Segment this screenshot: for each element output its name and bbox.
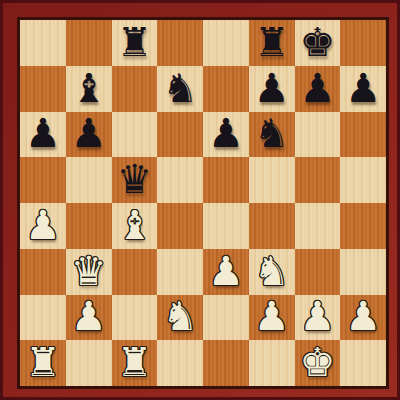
- square-c7[interactable]: [112, 66, 158, 112]
- square-f4[interactable]: [249, 203, 295, 249]
- square-b7[interactable]: ♝: [66, 66, 112, 112]
- white-pawn-f2[interactable]: ♟: [254, 296, 290, 336]
- square-c6[interactable]: [112, 112, 158, 158]
- square-c3[interactable]: [112, 249, 158, 295]
- black-rook-c8[interactable]: ♜: [116, 22, 152, 62]
- square-a4[interactable]: ♟: [20, 203, 66, 249]
- black-pawn-e6[interactable]: ♟: [208, 113, 244, 153]
- square-e5[interactable]: [203, 157, 249, 203]
- square-b8[interactable]: [66, 20, 112, 66]
- white-knight-f3[interactable]: ♞: [254, 251, 290, 291]
- square-a6[interactable]: ♟: [20, 112, 66, 158]
- black-king-g8[interactable]: ♚: [299, 22, 335, 62]
- white-rook-a1[interactable]: ♜: [25, 342, 61, 382]
- square-g8[interactable]: ♚: [295, 20, 341, 66]
- black-knight-f6[interactable]: ♞: [254, 113, 290, 153]
- square-h7[interactable]: ♟: [340, 66, 386, 112]
- black-knight-d7[interactable]: ♞: [162, 68, 198, 108]
- square-b1[interactable]: [66, 340, 112, 386]
- square-f6[interactable]: ♞: [249, 112, 295, 158]
- white-pawn-e3[interactable]: ♟: [208, 251, 244, 291]
- square-a3[interactable]: [20, 249, 66, 295]
- white-bishop-c4[interactable]: ♝: [116, 205, 152, 245]
- square-b3[interactable]: ♛: [66, 249, 112, 295]
- square-d6[interactable]: [157, 112, 203, 158]
- square-d7[interactable]: ♞: [157, 66, 203, 112]
- square-a2[interactable]: [20, 295, 66, 341]
- square-d5[interactable]: [157, 157, 203, 203]
- square-f1[interactable]: [249, 340, 295, 386]
- square-h1[interactable]: [340, 340, 386, 386]
- square-f5[interactable]: [249, 157, 295, 203]
- square-e7[interactable]: [203, 66, 249, 112]
- square-f8[interactable]: ♜: [249, 20, 295, 66]
- square-g2[interactable]: ♟: [295, 295, 341, 341]
- square-h3[interactable]: [340, 249, 386, 295]
- square-d2[interactable]: ♞: [157, 295, 203, 341]
- square-a8[interactable]: [20, 20, 66, 66]
- square-g3[interactable]: [295, 249, 341, 295]
- square-h5[interactable]: [340, 157, 386, 203]
- square-b4[interactable]: [66, 203, 112, 249]
- square-h8[interactable]: [340, 20, 386, 66]
- square-e6[interactable]: ♟: [203, 112, 249, 158]
- black-pawn-a6[interactable]: ♟: [25, 113, 61, 153]
- square-c4[interactable]: ♝: [112, 203, 158, 249]
- black-pawn-f7[interactable]: ♟: [254, 68, 290, 108]
- white-pawn-h2[interactable]: ♟: [345, 296, 381, 336]
- white-knight-d2[interactable]: ♞: [162, 296, 198, 336]
- square-g1[interactable]: ♚: [295, 340, 341, 386]
- board-frame: ♜♜♚♝♞♟♟♟♟♟♟♞♛♟♝♛♟♞♟♞♟♟♟♜♜♚: [0, 0, 400, 400]
- black-queen-c5[interactable]: ♛: [116, 159, 152, 199]
- square-c1[interactable]: ♜: [112, 340, 158, 386]
- square-e2[interactable]: [203, 295, 249, 341]
- square-f7[interactable]: ♟: [249, 66, 295, 112]
- square-f2[interactable]: ♟: [249, 295, 295, 341]
- square-a7[interactable]: [20, 66, 66, 112]
- square-d3[interactable]: [157, 249, 203, 295]
- square-g5[interactable]: [295, 157, 341, 203]
- square-h4[interactable]: [340, 203, 386, 249]
- square-b2[interactable]: ♟: [66, 295, 112, 341]
- square-h6[interactable]: [340, 112, 386, 158]
- square-e3[interactable]: ♟: [203, 249, 249, 295]
- white-pawn-g2[interactable]: ♟: [299, 296, 335, 336]
- square-b5[interactable]: [66, 157, 112, 203]
- square-c8[interactable]: ♜: [112, 20, 158, 66]
- square-d1[interactable]: [157, 340, 203, 386]
- square-e1[interactable]: [203, 340, 249, 386]
- square-c5[interactable]: ♛: [112, 157, 158, 203]
- square-g4[interactable]: [295, 203, 341, 249]
- white-pawn-a4[interactable]: ♟: [25, 205, 61, 245]
- chess-board: ♜♜♚♝♞♟♟♟♟♟♟♞♛♟♝♛♟♞♟♞♟♟♟♜♜♚: [17, 17, 389, 389]
- square-a1[interactable]: ♜: [20, 340, 66, 386]
- black-rook-f8[interactable]: ♜: [254, 22, 290, 62]
- white-rook-c1[interactable]: ♜: [116, 342, 152, 382]
- square-g6[interactable]: [295, 112, 341, 158]
- white-king-g1[interactable]: ♚: [299, 342, 335, 382]
- square-e4[interactable]: [203, 203, 249, 249]
- square-c2[interactable]: [112, 295, 158, 341]
- square-f3[interactable]: ♞: [249, 249, 295, 295]
- square-e8[interactable]: [203, 20, 249, 66]
- square-g7[interactable]: ♟: [295, 66, 341, 112]
- square-b6[interactable]: ♟: [66, 112, 112, 158]
- white-pawn-b2[interactable]: ♟: [71, 296, 107, 336]
- square-d8[interactable]: [157, 20, 203, 66]
- square-a5[interactable]: [20, 157, 66, 203]
- black-pawn-h7[interactable]: ♟: [345, 68, 381, 108]
- square-d4[interactable]: [157, 203, 203, 249]
- black-pawn-b6[interactable]: ♟: [71, 113, 107, 153]
- black-bishop-b7[interactable]: ♝: [71, 68, 107, 108]
- black-pawn-g7[interactable]: ♟: [299, 68, 335, 108]
- white-queen-b3[interactable]: ♛: [71, 251, 107, 291]
- square-h2[interactable]: ♟: [340, 295, 386, 341]
